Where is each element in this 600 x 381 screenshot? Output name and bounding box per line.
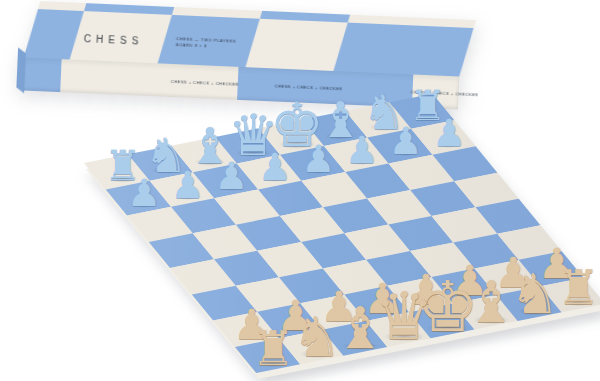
chess-box: CHESS CHESS — TWO PLAYERS BOARD 8 × 8 CH… <box>22 1 462 110</box>
box-title: CHESS <box>84 33 144 47</box>
product-photo-scene: CHESS CHESS — TWO PLAYERS BOARD 8 × 8 CH… <box>0 0 600 381</box>
box-caption: CHESS — TWO PLAYERS BOARD 8 × 8 <box>176 36 236 50</box>
box-edge-text: CHESS + CHECK + CHECKER <box>275 82 343 90</box>
box-edge-text: CHESS + CHECK + CHECKER <box>171 78 239 86</box>
